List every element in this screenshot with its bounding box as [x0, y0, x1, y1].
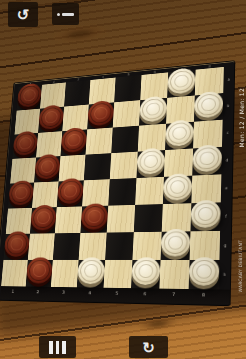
board-square[interactable]	[104, 260, 133, 288]
coordinate-label: d	[221, 146, 232, 174]
undo-icon: ↺	[17, 7, 30, 22]
red-piece[interactable]	[13, 131, 38, 156]
board-square[interactable]	[107, 205, 135, 233]
board-square[interactable]	[164, 148, 193, 176]
board-square[interactable]	[53, 233, 81, 260]
board-square[interactable]	[62, 105, 89, 132]
board-square[interactable]	[159, 260, 189, 289]
board-square[interactable]	[36, 131, 62, 157]
coordinate-label: c	[222, 119, 233, 147]
coordinate-label: 2	[25, 289, 51, 300]
board-square[interactable]	[38, 107, 64, 133]
coordinate-label: 6	[130, 291, 159, 303]
board-square[interactable]	[189, 260, 220, 290]
board-square[interactable]	[87, 102, 114, 129]
board-square[interactable]	[32, 181, 59, 207]
red-piece[interactable]	[61, 127, 87, 153]
board-square[interactable]	[59, 155, 86, 182]
coordinate-label: 5	[103, 290, 131, 302]
board-square[interactable]	[190, 231, 221, 260]
board-square[interactable]	[114, 75, 141, 102]
white-piece[interactable]	[189, 258, 219, 286]
board-square[interactable]	[79, 233, 107, 260]
red-piece[interactable]	[39, 105, 64, 130]
board-square[interactable]	[138, 124, 166, 152]
rotate-board-button[interactable]: ↻	[129, 336, 168, 358]
white-piece[interactable]	[194, 91, 223, 119]
board-square[interactable]	[80, 206, 108, 233]
board-square[interactable]	[194, 93, 223, 122]
board-square[interactable]	[192, 147, 222, 176]
checkers-app-screen: 12345678 abcdefgh 12345678 Men: 12 / Men…	[0, 0, 246, 359]
white-piece[interactable]	[193, 145, 222, 173]
board-square[interactable]	[162, 203, 192, 232]
dash-icon	[57, 13, 74, 16]
board-square[interactable]	[139, 98, 167, 126]
white-piece[interactable]	[139, 96, 166, 123]
board-square[interactable]	[57, 180, 84, 207]
board-square[interactable]	[17, 85, 42, 111]
board-square[interactable]	[108, 178, 136, 206]
red-piece[interactable]	[17, 83, 42, 108]
board-grid	[1, 67, 224, 290]
board-square[interactable]	[135, 177, 164, 205]
board-square[interactable]	[1, 260, 28, 287]
board-square[interactable]	[84, 153, 111, 180]
board-square[interactable]	[132, 232, 161, 260]
white-piece[interactable]	[131, 258, 160, 285]
dash-button[interactable]	[52, 3, 79, 25]
board-square[interactable]	[113, 100, 141, 127]
menu-button[interactable]	[39, 336, 76, 358]
coordinate-label: 8	[188, 292, 219, 304]
white-piece[interactable]	[168, 68, 196, 95]
board-frame: 12345678 abcdefgh 12345678	[0, 61, 234, 305]
red-piece[interactable]	[81, 204, 108, 230]
board-square[interactable]	[77, 260, 105, 288]
board-square[interactable]	[166, 95, 195, 123]
board-square[interactable]	[3, 234, 29, 260]
red-piece[interactable]	[8, 181, 33, 206]
checkers-board: 12345678 abcdefgh 12345678	[0, 61, 234, 305]
board-square[interactable]	[165, 122, 194, 150]
white-piece[interactable]	[191, 200, 221, 228]
board-square[interactable]	[161, 231, 191, 260]
board-square[interactable]	[28, 233, 55, 260]
rotate-icon: ↻	[142, 340, 155, 355]
coordinate-label: h	[219, 260, 231, 290]
white-piece[interactable]	[165, 120, 193, 147]
board-square[interactable]	[191, 174, 221, 203]
coordinate-label: 3	[50, 289, 77, 300]
board-square[interactable]	[51, 260, 79, 287]
board-square[interactable]	[30, 207, 57, 234]
board-square[interactable]	[85, 128, 112, 155]
board-square[interactable]	[60, 129, 87, 156]
white-piece[interactable]	[161, 229, 190, 256]
red-piece[interactable]	[35, 154, 61, 179]
red-piece[interactable]	[26, 258, 53, 284]
white-piece[interactable]	[163, 173, 192, 200]
board-square[interactable]	[193, 120, 223, 149]
coordinate-label: g	[219, 231, 231, 260]
board-square[interactable]	[136, 150, 165, 178]
red-piece[interactable]	[88, 100, 114, 126]
board-square[interactable]	[64, 80, 90, 107]
coordinate-label: 4	[76, 290, 103, 302]
board-square[interactable]	[110, 152, 138, 180]
board-square[interactable]	[134, 204, 163, 232]
board-square[interactable]	[10, 158, 36, 184]
red-piece[interactable]	[57, 178, 83, 204]
wood-knot	[51, 22, 109, 46]
coordinate-label: f	[220, 202, 232, 231]
undo-button[interactable]: ↺	[8, 2, 38, 27]
board-square[interactable]	[131, 260, 161, 289]
board-square[interactable]	[12, 133, 38, 159]
board-square[interactable]	[6, 208, 32, 234]
red-piece[interactable]	[30, 205, 56, 230]
coordinate-label: b	[223, 92, 234, 120]
white-piece[interactable]	[77, 258, 105, 285]
board-square[interactable]	[190, 202, 220, 231]
board-square[interactable]	[34, 156, 60, 182]
board-square[interactable]	[26, 260, 53, 287]
board-square[interactable]	[163, 176, 192, 204]
coordinate-label: 1	[0, 289, 25, 300]
board-square[interactable]	[55, 206, 82, 233]
coordinate-label: e	[221, 174, 232, 203]
board-square[interactable]	[15, 109, 41, 135]
board-square[interactable]	[8, 182, 34, 208]
white-piece[interactable]	[137, 148, 165, 175]
coordinate-label: 7	[159, 291, 189, 303]
board-square[interactable]	[111, 126, 139, 153]
vertical-bars-icon	[49, 341, 66, 354]
red-piece[interactable]	[4, 232, 30, 257]
board-square[interactable]	[167, 70, 195, 98]
board-square[interactable]	[105, 232, 134, 260]
coordinate-label: a	[223, 66, 234, 93]
board-square[interactable]	[82, 179, 110, 206]
